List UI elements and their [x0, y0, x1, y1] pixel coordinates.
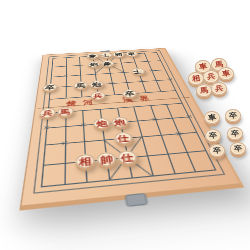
piece-red-兵[interactable]: 兵 — [90, 91, 106, 100]
piece-character: 象 — [103, 61, 112, 67]
piece-character: 馬 — [60, 106, 71, 116]
piece-character: 相 — [191, 73, 201, 85]
piece-character: 卒 — [124, 89, 136, 98]
piece-character: 車 — [221, 68, 231, 80]
piece-black-車[interactable]: 車 — [125, 51, 138, 57]
tray-piece-red-車[interactable]: 車 — [218, 67, 234, 80]
piece-character: 炮 — [95, 118, 107, 129]
piece-black-馬[interactable]: 馬 — [74, 81, 88, 89]
piece-red-炮[interactable]: 炮 — [93, 118, 111, 130]
piece-character: 卒 — [45, 83, 55, 91]
tray-piece-red-馬[interactable]: 馬 — [196, 84, 212, 97]
piece-character: 兵 — [42, 108, 53, 118]
piece-black-象[interactable]: 象 — [101, 60, 115, 67]
piece-character: 兵 — [214, 83, 224, 95]
piece-red-仕[interactable]: 仕 — [113, 132, 133, 145]
piece-character: 卒 — [230, 128, 240, 140]
piece-character: 相 — [79, 153, 92, 168]
piece-character: 仕 — [119, 150, 134, 165]
piece-character: 兵 — [93, 92, 104, 101]
piece-character: 象 — [88, 53, 97, 59]
piece-black-炮[interactable]: 炮 — [87, 61, 100, 68]
piece-character: 兵 — [206, 71, 216, 83]
piece-red-仕[interactable]: 仕 — [116, 150, 137, 165]
tray-piece-black-卒[interactable]: 卒 — [225, 109, 241, 122]
piece-black-士[interactable]: 士 — [99, 52, 112, 58]
piece-character: 馬 — [199, 85, 209, 97]
piece-character: 將 — [114, 52, 123, 58]
piece-black-象[interactable]: 象 — [86, 53, 99, 59]
piece-character: 馬 — [76, 81, 86, 89]
piece-character: 炮 — [113, 117, 126, 128]
tray-piece-black-卒[interactable]: 卒 — [209, 144, 225, 157]
piece-red-炮[interactable]: 炮 — [110, 116, 128, 128]
tray-piece-red-兵[interactable]: 兵 — [211, 82, 227, 95]
piece-character: 車 — [127, 51, 137, 57]
piece-character: 帥 — [99, 152, 113, 167]
piece-black-卒[interactable]: 卒 — [42, 83, 57, 92]
piece-character: 卒 — [228, 110, 238, 122]
piece-character: 車 — [207, 112, 217, 124]
piece-character: 卒 — [233, 143, 243, 155]
piece-red-相[interactable]: 相 — [76, 153, 96, 169]
piece-red-馬[interactable]: 馬 — [57, 106, 73, 117]
tray-piece-black-車[interactable]: 車 — [204, 111, 220, 124]
tray-piece-red-相[interactable]: 相 — [188, 72, 204, 85]
tray-piece-black-卒[interactable]: 卒 — [205, 129, 221, 142]
piece-character: 士 — [101, 52, 110, 58]
tray-piece-black-卒[interactable]: 卒 — [227, 127, 243, 140]
piece-black-士[interactable]: 士 — [130, 68, 145, 75]
piece-red-兵[interactable]: 兵 — [39, 107, 56, 118]
photo-stage: 楚河 漢界 象士將車炮象士卒馬炮兵卒兵馬炮炮仕相帥仕 車馬相兵車馬兵 車卒卒卒卒… — [0, 0, 250, 250]
piece-character: 仕 — [116, 132, 130, 145]
piece-character: 卒 — [208, 130, 218, 142]
clasp — [125, 193, 149, 207]
piece-character: 卒 — [212, 145, 222, 157]
piece-red-帥[interactable]: 帥 — [96, 151, 116, 166]
piece-black-炮[interactable]: 炮 — [89, 80, 104, 88]
piece-character: 炮 — [89, 61, 98, 68]
tray-piece-black-卒[interactable]: 卒 — [230, 142, 246, 155]
piece-black-將[interactable]: 將 — [112, 52, 125, 58]
piece-character: 炮 — [91, 80, 101, 88]
tray-piece-red-兵[interactable]: 兵 — [203, 70, 219, 83]
piece-black-卒[interactable]: 卒 — [122, 89, 138, 98]
piece-character: 士 — [132, 68, 143, 75]
